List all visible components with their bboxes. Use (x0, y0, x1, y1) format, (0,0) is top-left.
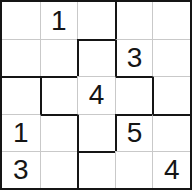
given-digit-r3c3[interactable]: 4 (77, 76, 115, 113)
given-digit-r5c5[interactable]: 4 (152, 151, 190, 188)
cell-r4c5[interactable] (152, 114, 190, 151)
cell-r3c2[interactable] (40, 76, 78, 113)
given-digit-r2c4[interactable]: 3 (115, 39, 153, 76)
given-digit-r5c1[interactable]: 3 (2, 151, 40, 188)
cell-r1c3[interactable] (77, 2, 115, 39)
cell-r5c4[interactable] (115, 151, 153, 188)
cell-r5c3[interactable] (77, 151, 115, 188)
cell-r4c3[interactable] (77, 114, 115, 151)
given-digit-r1c2[interactable]: 1 (40, 2, 78, 39)
cell-r2c1[interactable] (2, 39, 40, 76)
cell-r2c3[interactable] (77, 39, 115, 76)
puzzle-board: 1341534 (0, 0, 192, 190)
cell-r2c2[interactable] (40, 39, 78, 76)
cell-r1c1[interactable] (2, 2, 40, 39)
cell-r3c4[interactable] (115, 76, 153, 113)
given-digit-r4c4[interactable]: 5 (115, 114, 153, 151)
cell-r3c5[interactable] (152, 76, 190, 113)
cell-r1c4[interactable] (115, 2, 153, 39)
cell-r4c2[interactable] (40, 114, 78, 151)
cell-r2c5[interactable] (152, 39, 190, 76)
cell-r5c2[interactable] (40, 151, 78, 188)
given-digit-r4c1[interactable]: 1 (2, 114, 40, 151)
cell-r1c5[interactable] (152, 2, 190, 39)
cell-r3c1[interactable] (2, 76, 40, 113)
